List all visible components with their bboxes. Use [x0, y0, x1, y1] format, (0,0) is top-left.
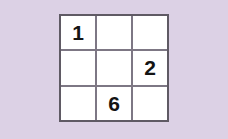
cell-r1c2[interactable] [97, 16, 131, 49]
cell-r1c1[interactable]: 1 [61, 16, 95, 49]
cell-r1c3[interactable] [133, 16, 167, 49]
cell-r2c3[interactable]: 2 [133, 51, 167, 84]
cell-r2c2[interactable] [97, 51, 131, 84]
cell-r3c2[interactable]: 6 [97, 87, 131, 120]
cell-r3c3[interactable] [133, 87, 167, 120]
cell-r2c1[interactable] [61, 51, 95, 84]
cell-r3c1[interactable] [61, 87, 95, 120]
puzzle-grid: 1 2 6 [59, 14, 169, 122]
